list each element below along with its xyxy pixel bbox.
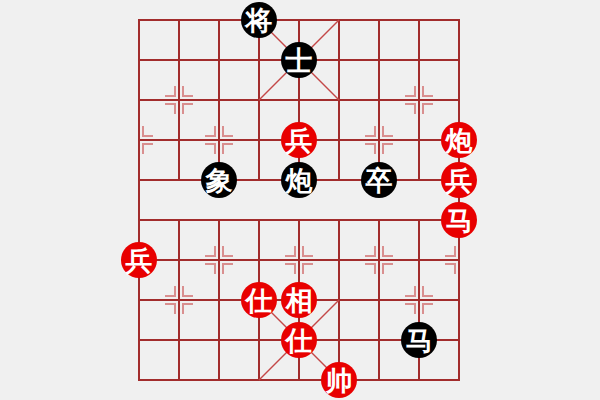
piece-red-advisor[interactable]: 仕	[281, 322, 317, 358]
piece-red-soldier[interactable]: 兵	[121, 242, 157, 278]
pieces-layer: 将士象炮卒马兵炮兵马兵仕相仕帅	[139, 20, 459, 380]
piece-black-general[interactable]: 将	[241, 2, 277, 38]
xiangqi-screenshot: 将士象炮卒马兵炮兵马兵仕相仕帅	[0, 0, 600, 400]
piece-red-horse[interactable]: 马	[441, 202, 477, 238]
piece-red-cannon[interactable]: 炮	[441, 122, 477, 158]
piece-black-advisor[interactable]: 士	[281, 42, 317, 78]
piece-red-general[interactable]: 帅	[321, 362, 357, 398]
piece-black-cannon[interactable]: 炮	[281, 162, 317, 198]
piece-red-advisor[interactable]: 仕	[241, 282, 277, 318]
piece-black-soldier[interactable]: 卒	[361, 162, 397, 198]
xiangqi-board: 将士象炮卒马兵炮兵马兵仕相仕帅	[139, 20, 459, 380]
piece-red-soldier[interactable]: 兵	[441, 162, 477, 198]
piece-red-soldier[interactable]: 兵	[281, 122, 317, 158]
piece-black-horse[interactable]: 马	[401, 322, 437, 358]
piece-red-elephant[interactable]: 相	[281, 282, 317, 318]
piece-black-elephant[interactable]: 象	[201, 162, 237, 198]
